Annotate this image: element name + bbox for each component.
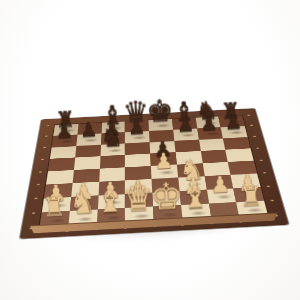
- piece-white-king-e1: ♚: [150, 179, 184, 214]
- sensor-dot: [37, 184, 40, 186]
- sensor-dot: [47, 125, 50, 126]
- camera-roll-wrapper: ♜♝♛♚♝♞♜♟♟♟♟♟♟♟♞♟♟♞♟♟♟♟♟♟♟♜♞♝♛♚♝♜: [0, 0, 300, 300]
- sensor-dot: [43, 147, 46, 148]
- sensor-dot: [267, 185, 271, 187]
- perspective-wrapper: ♜♝♛♚♝♞♜♟♟♟♟♟♟♟♞♟♟♞♟♟♟♟♟♟♟♜♞♝♛♚♝♜: [0, 0, 300, 300]
- sensor-dot: [259, 159, 262, 161]
- piece-black-knight-c6: ♞: [100, 125, 125, 150]
- board-grid: ♜♝♛♚♝♞♜♟♟♟♟♟♟♟♞♟♟♞♟♟♟♟♟♟♟♜♞♝♛♚♝♜: [39, 115, 268, 227]
- piece-white-queen-d1: ♛: [122, 182, 155, 216]
- sensor-dot: [41, 159, 44, 161]
- sensor-dot: [256, 147, 259, 149]
- piece-black-pawn-d7: ♟: [127, 118, 146, 137]
- sensor-dot: [39, 171, 42, 173]
- sensor-dot: [270, 200, 274, 202]
- piece-black-king-e8: ♚: [145, 96, 174, 125]
- piece-black-pawn-b7: ♟: [79, 121, 98, 140]
- square-g2: ♟: [206, 188, 236, 204]
- sensor-dot: [253, 136, 256, 137]
- piece-black-pawn-f7: ♟: [176, 116, 195, 135]
- piece-black-pawn-a7: ♟: [55, 122, 74, 141]
- square-a5: [48, 158, 75, 172]
- square-d5: [125, 154, 151, 168]
- sensor-dot: [250, 125, 253, 126]
- sensor-dot: [247, 114, 250, 115]
- piece-white-bishop-f1: ♝: [180, 183, 209, 213]
- piece-white-pawn-e4: ♟: [154, 152, 174, 173]
- sensor-dot: [45, 136, 48, 137]
- sensor-dot: [32, 212, 36, 214]
- chessboard-product-photo: ♜♝♛♚♝♞♜♟♟♟♟♟♟♟♞♟♟♞♟♟♟♟♟♟♟♜♞♝♛♚♝♜: [0, 0, 300, 300]
- square-b5: [74, 156, 100, 170]
- piece-white-bishop-c1: ♝: [96, 187, 125, 217]
- piece-black-pawn-g7: ♟: [200, 115, 219, 134]
- piece-white-pawn-g2: ♟: [210, 175, 231, 197]
- piece-white-rook-h1: ♜: [239, 184, 264, 209]
- piece-white-rook-a1: ♜: [42, 195, 67, 220]
- sensor-dot: [263, 172, 266, 174]
- sensor-dot: [34, 198, 37, 200]
- piece-white-knight-b1: ♞: [68, 190, 96, 219]
- square-h5: [225, 148, 253, 161]
- piece-black-pawn-h7: ♟: [224, 113, 243, 132]
- square-g6: [199, 138, 226, 151]
- square-g5: [200, 150, 228, 164]
